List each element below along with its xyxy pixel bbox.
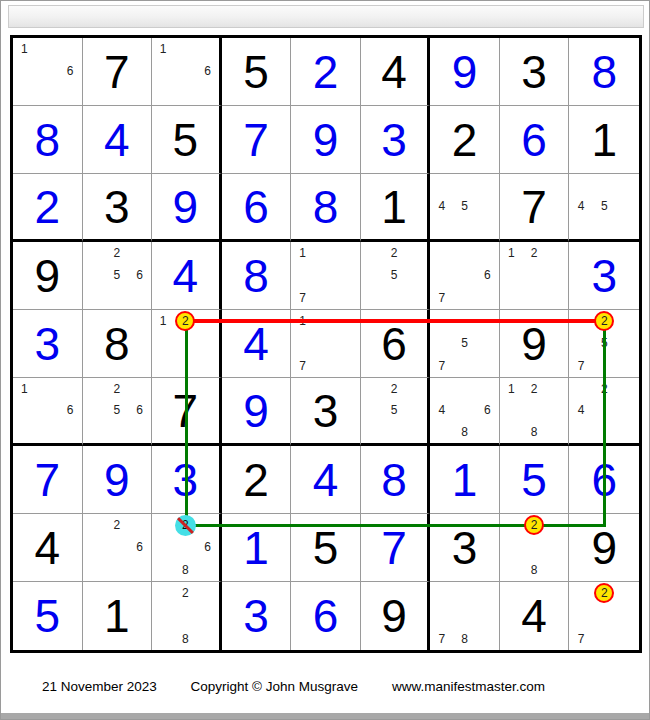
- solved-digit: 4: [173, 253, 199, 299]
- cell-r5c4[interactable]: 4: [222, 310, 292, 378]
- candidates: 268: [152, 514, 219, 581]
- cell-r2c9[interactable]: 1: [569, 106, 639, 174]
- candidates: 16: [152, 38, 219, 105]
- candidate-2: 2: [523, 242, 546, 264]
- given-digit: 5: [243, 49, 269, 95]
- candidate-2: 2: [105, 514, 128, 536]
- candidate-8: 8: [174, 627, 196, 650]
- candidate-4: 4: [569, 400, 592, 422]
- cell-r1c8[interactable]: 3: [500, 38, 570, 106]
- cell-r2c8[interactable]: 6: [500, 106, 570, 174]
- cell-r7c2[interactable]: 9: [83, 446, 153, 514]
- solved-digit: 9: [104, 457, 130, 503]
- cell-r2c7[interactable]: 2: [430, 106, 500, 174]
- candidate-7: 7: [430, 627, 453, 650]
- given-digit: 7: [104, 49, 130, 95]
- cell-r7c9[interactable]: 6: [569, 446, 639, 514]
- cell-r3c9[interactable]: 45: [569, 174, 639, 242]
- candidate-1: 1: [13, 378, 36, 400]
- candidate-6: 6: [128, 264, 151, 286]
- solved-digit: 8: [381, 457, 407, 503]
- candidates: 256: [83, 378, 152, 443]
- candidate-5: 5: [593, 332, 616, 354]
- given-digit: 5: [173, 117, 199, 163]
- solved-digit: 5: [34, 593, 60, 639]
- cell-r5c3[interactable]: 12: [152, 310, 222, 378]
- candidates: 16: [13, 378, 82, 443]
- cell-r6c6[interactable]: 25: [361, 378, 431, 446]
- solved-digit: 8: [34, 117, 60, 163]
- cell-r1c5[interactable]: 2: [291, 38, 361, 106]
- candidates: 78: [430, 582, 499, 650]
- candidate-6: 6: [128, 536, 151, 558]
- candidate-8: 8: [453, 627, 476, 650]
- cell-r4c6[interactable]: 25: [361, 242, 431, 310]
- cell-r3c1[interactable]: 2: [13, 174, 83, 242]
- cell-r3c2[interactable]: 3: [83, 174, 153, 242]
- cell-r4c3[interactable]: 4: [152, 242, 222, 310]
- cell-r6c5[interactable]: 3: [291, 378, 361, 446]
- candidates: 67: [430, 242, 499, 309]
- candidate-2: 2: [105, 242, 128, 264]
- given-digit: 9: [521, 321, 547, 367]
- cell-r8c2[interactable]: 26: [83, 514, 153, 582]
- candidate-6: 6: [196, 60, 218, 82]
- candidate-2: 2: [174, 582, 196, 605]
- candidates: 24: [569, 378, 639, 443]
- cell-r2c2[interactable]: 4: [83, 106, 153, 174]
- candidate-2: 2: [593, 378, 616, 400]
- cell-r9c4[interactable]: 3: [222, 582, 292, 650]
- candidates: 17: [291, 310, 360, 377]
- cell-r8c3[interactable]: 268: [152, 514, 222, 582]
- candidate-1: 1: [152, 38, 174, 60]
- sudoku-board: 1671652493884579326123968145745925648172…: [10, 35, 642, 653]
- candidate-6: 6: [59, 400, 82, 422]
- given-digit: 8: [104, 321, 130, 367]
- cell-r3c3[interactable]: 9: [152, 174, 222, 242]
- candidate-2: 2: [383, 242, 405, 264]
- cell-r4c1[interactable]: 9: [13, 242, 83, 310]
- candidate-4: 4: [569, 196, 592, 218]
- eliminated-candidate-2: 2: [175, 515, 196, 536]
- cell-r1c7[interactable]: 9: [430, 38, 500, 106]
- cell-r5c8[interactable]: 9: [500, 310, 570, 378]
- solved-digit: 3: [243, 593, 269, 639]
- cell-r3c6[interactable]: 1: [361, 174, 431, 242]
- solved-digit: 2: [313, 49, 339, 95]
- candidate-5: 5: [453, 196, 476, 218]
- candidate-6: 6: [476, 264, 499, 286]
- solved-digit: 8: [591, 49, 617, 95]
- candidate-5: 5: [383, 264, 405, 286]
- cell-r8c8[interactable]: 28: [500, 514, 570, 582]
- candidates: 57: [430, 310, 499, 377]
- given-digit: 4: [34, 525, 60, 571]
- circled-candidate-2: 2: [594, 311, 614, 331]
- circled-candidate-2: 2: [594, 583, 614, 603]
- solved-digit: 4: [313, 457, 339, 503]
- cell-r3c5[interactable]: 8: [291, 174, 361, 242]
- candidate-8: 8: [174, 559, 196, 581]
- candidate-7: 7: [430, 355, 453, 377]
- candidates: 12: [500, 242, 569, 309]
- solved-digit: 4: [104, 117, 130, 163]
- solved-digit: 1: [452, 457, 478, 503]
- solved-digit: 4: [243, 321, 269, 367]
- given-digit: 5: [313, 525, 339, 571]
- candidates: 468: [430, 378, 499, 443]
- candidates: 25: [361, 378, 428, 443]
- cell-r1c1[interactable]: 16: [13, 38, 83, 106]
- candidate-2: 2: [105, 378, 128, 400]
- candidates: 27: [569, 582, 639, 650]
- solved-digit: 7: [243, 117, 269, 163]
- candidate-5: 5: [453, 332, 476, 354]
- cell-r7c4[interactable]: 2: [222, 446, 292, 514]
- candidate-2: 2: [523, 378, 546, 400]
- given-digit: 3: [313, 388, 339, 434]
- candidate-4: 4: [430, 400, 453, 422]
- cell-r6c9[interactable]: 24: [569, 378, 639, 446]
- cell-r2c1[interactable]: 8: [13, 106, 83, 174]
- cell-r7c8[interactable]: 5: [500, 446, 570, 514]
- solved-digit: 8: [313, 184, 339, 230]
- cell-r1c6[interactable]: 4: [361, 38, 431, 106]
- cell-r1c9[interactable]: 8: [569, 38, 639, 106]
- candidate-2: 2: [383, 378, 405, 400]
- given-digit: 3: [452, 525, 478, 571]
- cell-r5c7[interactable]: 57: [430, 310, 500, 378]
- given-digit: 1: [591, 117, 617, 163]
- footer-copyright: Copyright © John Musgrave: [191, 679, 359, 694]
- candidate-7: 7: [430, 287, 453, 309]
- cell-r8c5[interactable]: 5: [291, 514, 361, 582]
- candidate-8: 8: [453, 421, 476, 443]
- candidate-6: 6: [196, 536, 218, 558]
- given-digit: 2: [243, 457, 269, 503]
- solved-digit: 6: [591, 457, 617, 503]
- cell-r1c3[interactable]: 16: [152, 38, 222, 106]
- candidate-7: 7: [291, 287, 314, 309]
- given-digit: 3: [104, 184, 130, 230]
- candidate-7: 7: [569, 355, 592, 377]
- cell-r6c3[interactable]: 7: [152, 378, 222, 446]
- candidate-7: 7: [569, 627, 592, 650]
- cell-r9c6[interactable]: 9: [361, 582, 431, 650]
- cell-r9c3[interactable]: 28: [152, 582, 222, 650]
- cell-r2c6[interactable]: 3: [361, 106, 431, 174]
- solved-digit: 3: [173, 457, 199, 503]
- cell-r9c5[interactable]: 6: [291, 582, 361, 650]
- candidate-8: 8: [523, 421, 546, 443]
- solved-digit: 6: [313, 593, 339, 639]
- candidate-8: 8: [523, 559, 546, 581]
- cell-r5c9[interactable]: 257: [569, 310, 639, 378]
- candidate-1: 1: [500, 378, 523, 400]
- candidates: 257: [569, 310, 639, 377]
- given-digit: 2: [452, 117, 478, 163]
- candidates: 28: [152, 582, 219, 650]
- cell-r4c5[interactable]: 17: [291, 242, 361, 310]
- candidate-5: 5: [593, 196, 616, 218]
- cell-r7c5[interactable]: 4: [291, 446, 361, 514]
- solved-digit: 3: [591, 253, 617, 299]
- solved-digit: 7: [381, 525, 407, 571]
- cell-r4c9[interactable]: 3: [569, 242, 639, 310]
- cell-r2c5[interactable]: 9: [291, 106, 361, 174]
- candidate-1: 1: [291, 310, 314, 332]
- solved-digit: 9: [243, 388, 269, 434]
- cell-r9c8[interactable]: 4: [500, 582, 570, 650]
- solved-digit: 8: [243, 253, 269, 299]
- cell-r9c9[interactable]: 27: [569, 582, 639, 650]
- candidate-5: 5: [105, 400, 128, 422]
- solved-digit: 7: [34, 457, 60, 503]
- solved-digit: 6: [243, 184, 269, 230]
- solved-digit: 9: [173, 184, 199, 230]
- given-digit: 4: [381, 49, 407, 95]
- cell-r5c2[interactable]: 8: [83, 310, 153, 378]
- solved-digit: 3: [34, 321, 60, 367]
- cell-r4c4[interactable]: 8: [222, 242, 292, 310]
- cell-r4c7[interactable]: 67: [430, 242, 500, 310]
- candidates: 16: [13, 38, 82, 105]
- candidates: 45: [430, 174, 499, 239]
- given-digit: 6: [381, 321, 407, 367]
- cell-r6c2[interactable]: 256: [83, 378, 153, 446]
- cell-r2c3[interactable]: 5: [152, 106, 222, 174]
- cell-r8c6[interactable]: 7: [361, 514, 431, 582]
- cell-r3c7[interactable]: 45: [430, 174, 500, 242]
- candidate-7: 7: [291, 355, 314, 377]
- page: 1671652493884579326123968145745925648172…: [0, 0, 650, 720]
- candidate-1: 1: [13, 38, 36, 60]
- candidate-4: 4: [430, 196, 453, 218]
- cell-r7c3[interactable]: 3: [152, 446, 222, 514]
- candidates: 128: [500, 378, 569, 443]
- cell-r5c6[interactable]: 6: [361, 310, 431, 378]
- cell-r5c1[interactable]: 3: [13, 310, 83, 378]
- given-digit: 9: [591, 525, 617, 571]
- given-digit: 7: [521, 184, 547, 230]
- cell-r8c9[interactable]: 9: [569, 514, 639, 582]
- cell-r1c4[interactable]: 5: [222, 38, 292, 106]
- candidate-1: 1: [291, 242, 314, 264]
- candidate-5: 5: [105, 264, 128, 286]
- cell-r7c7[interactable]: 1: [430, 446, 500, 514]
- candidate-6: 6: [128, 400, 151, 422]
- cell-grid: 1671652493884579326123968145745925648172…: [13, 38, 639, 650]
- footer-date: 21 November 2023: [42, 679, 157, 694]
- candidates: 25: [361, 242, 428, 309]
- cell-r8c1[interactable]: 4: [13, 514, 83, 582]
- solved-digit: 3: [381, 117, 407, 163]
- cell-r1c2[interactable]: 7: [83, 38, 153, 106]
- solved-digit: 9: [313, 117, 339, 163]
- candidates: 45: [569, 174, 639, 239]
- cell-r9c2[interactable]: 1: [83, 582, 153, 650]
- cell-r6c7[interactable]: 468: [430, 378, 500, 446]
- candidates: 28: [500, 514, 569, 581]
- cell-r6c4[interactable]: 9: [222, 378, 292, 446]
- cell-r7c1[interactable]: 7: [13, 446, 83, 514]
- candidate-6: 6: [476, 400, 499, 422]
- solved-digit: 1: [243, 525, 269, 571]
- circled-candidate-2: 2: [524, 515, 544, 535]
- candidates: 17: [291, 242, 360, 309]
- cell-r6c8[interactable]: 128: [500, 378, 570, 446]
- candidate-1: 1: [500, 242, 523, 264]
- given-digit: 9: [34, 253, 60, 299]
- given-digit: 4: [521, 593, 547, 639]
- bottom-strip: [1, 713, 649, 719]
- cell-r4c8[interactable]: 12: [500, 242, 570, 310]
- candidates: 26: [83, 514, 152, 581]
- footer: 21 November 2023 Copyright © John Musgra…: [42, 679, 575, 694]
- given-digit: 3: [521, 49, 547, 95]
- cell-r8c7[interactable]: 3: [430, 514, 500, 582]
- circled-candidate-2: 2: [175, 311, 195, 331]
- cell-r7c6[interactable]: 8: [361, 446, 431, 514]
- solved-digit: 2: [34, 184, 60, 230]
- candidates: 12: [152, 310, 219, 377]
- solved-digit: 5: [521, 457, 547, 503]
- cell-r5c5[interactable]: 17: [291, 310, 361, 378]
- cell-r9c7[interactable]: 78: [430, 582, 500, 650]
- solved-digit: 6: [521, 117, 547, 163]
- given-digit: 7: [173, 388, 199, 434]
- given-digit: 1: [104, 593, 130, 639]
- cell-r3c8[interactable]: 7: [500, 174, 570, 242]
- given-digit: 1: [381, 184, 407, 230]
- solved-digit: 9: [452, 49, 478, 95]
- candidate-1: 1: [152, 310, 174, 332]
- cell-r8c4[interactable]: 1: [222, 514, 292, 582]
- footer-website: www.manifestmaster.com: [392, 679, 545, 694]
- given-digit: 9: [381, 593, 407, 639]
- cell-r4c2[interactable]: 256: [83, 242, 153, 310]
- cell-r6c1[interactable]: 16: [13, 378, 83, 446]
- candidate-5: 5: [383, 400, 405, 422]
- title-bar: [8, 5, 644, 28]
- candidate-6: 6: [59, 60, 82, 82]
- candidates: 256: [83, 242, 152, 309]
- cell-r9c1[interactable]: 5: [13, 582, 83, 650]
- cell-r3c4[interactable]: 6: [222, 174, 292, 242]
- cell-r2c4[interactable]: 7: [222, 106, 292, 174]
